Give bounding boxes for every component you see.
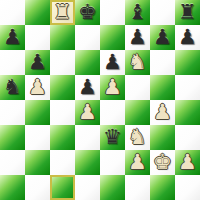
square-b7[interactable]	[25, 25, 50, 50]
square-h4[interactable]	[175, 100, 200, 125]
square-c4[interactable]	[50, 100, 75, 125]
square-b1[interactable]	[25, 175, 50, 200]
square-g3[interactable]	[150, 125, 175, 150]
square-c6[interactable]	[50, 50, 75, 75]
square-g2[interactable]: ♚	[150, 150, 175, 175]
square-b2[interactable]	[25, 150, 50, 175]
square-f4[interactable]	[125, 100, 150, 125]
piece-black-pawn: ♟	[3, 25, 22, 50]
square-e8[interactable]	[100, 0, 125, 25]
square-a7[interactable]: ♟	[0, 25, 25, 50]
square-f2[interactable]: ♟	[125, 150, 150, 175]
chess-board: ♜♚♝♜♟♟♟♟♟♟♞♞♟♟♟♟♟♛♞♟♚♟	[0, 0, 200, 200]
square-d6[interactable]	[75, 50, 100, 75]
square-e3[interactable]: ♛	[100, 125, 125, 150]
square-h1[interactable]	[175, 175, 200, 200]
piece-black-knight: ♞	[3, 75, 22, 100]
piece-white-pawn: ♟	[78, 100, 97, 125]
square-h6[interactable]	[175, 50, 200, 75]
square-d4[interactable]: ♟	[75, 100, 100, 125]
square-e1[interactable]	[100, 175, 125, 200]
piece-white-rook: ♜	[53, 0, 72, 25]
square-d1[interactable]	[75, 175, 100, 200]
square-g8[interactable]	[150, 0, 175, 25]
square-g6[interactable]	[150, 50, 175, 75]
square-d8[interactable]: ♚	[75, 0, 100, 25]
piece-black-pawn: ♟	[153, 25, 172, 50]
square-e6[interactable]: ♟	[100, 50, 125, 75]
piece-white-pawn: ♟	[103, 75, 122, 100]
square-a4[interactable]	[0, 100, 25, 125]
piece-white-knight: ♞	[128, 125, 147, 150]
square-b6[interactable]: ♟	[25, 50, 50, 75]
square-g5[interactable]	[150, 75, 175, 100]
square-a3[interactable]	[0, 125, 25, 150]
square-a1[interactable]	[0, 175, 25, 200]
piece-white-pawn: ♟	[28, 75, 47, 100]
square-f3[interactable]: ♞	[125, 125, 150, 150]
square-a2[interactable]	[0, 150, 25, 175]
square-b8[interactable]	[25, 0, 50, 25]
square-a8[interactable]	[0, 0, 25, 25]
square-a6[interactable]	[0, 50, 25, 75]
square-h5[interactable]	[175, 75, 200, 100]
square-b5[interactable]: ♟	[25, 75, 50, 100]
square-b4[interactable]	[25, 100, 50, 125]
square-h8[interactable]: ♜	[175, 0, 200, 25]
square-h2[interactable]: ♟	[175, 150, 200, 175]
square-e4[interactable]	[100, 100, 125, 125]
piece-black-pawn: ♟	[28, 50, 47, 75]
square-c3[interactable]	[50, 125, 75, 150]
piece-white-pawn: ♟	[153, 100, 172, 125]
square-h3[interactable]	[175, 125, 200, 150]
square-g4[interactable]: ♟	[150, 100, 175, 125]
square-c2[interactable]	[50, 150, 75, 175]
square-f1[interactable]	[125, 175, 150, 200]
square-d3[interactable]	[75, 125, 100, 150]
square-c5[interactable]	[50, 75, 75, 100]
square-f5[interactable]	[125, 75, 150, 100]
piece-black-pawn: ♟	[78, 75, 97, 100]
square-h7[interactable]: ♟	[175, 25, 200, 50]
piece-black-pawn: ♟	[178, 25, 197, 50]
square-e7[interactable]	[100, 25, 125, 50]
square-c8[interactable]: ♜	[50, 0, 75, 25]
piece-black-pawn: ♟	[103, 50, 122, 75]
piece-white-knight: ♞	[128, 50, 147, 75]
square-f6[interactable]: ♞	[125, 50, 150, 75]
square-b3[interactable]	[25, 125, 50, 150]
square-g7[interactable]: ♟	[150, 25, 175, 50]
square-e2[interactable]	[100, 150, 125, 175]
square-g1[interactable]	[150, 175, 175, 200]
square-d2[interactable]	[75, 150, 100, 175]
piece-black-rook: ♜	[178, 0, 197, 25]
piece-black-queen: ♛	[103, 125, 122, 150]
piece-white-pawn: ♟	[128, 150, 147, 175]
square-e5[interactable]: ♟	[100, 75, 125, 100]
piece-black-pawn: ♟	[128, 25, 147, 50]
square-f8[interactable]: ♝	[125, 0, 150, 25]
square-a5[interactable]: ♞	[0, 75, 25, 100]
square-f7[interactable]: ♟	[125, 25, 150, 50]
square-d5[interactable]: ♟	[75, 75, 100, 100]
piece-black-king: ♚	[78, 0, 97, 25]
piece-white-king: ♚	[153, 150, 172, 175]
piece-black-bishop: ♝	[128, 0, 147, 25]
square-d7[interactable]	[75, 25, 100, 50]
square-c1[interactable]	[50, 175, 75, 200]
piece-white-pawn: ♟	[178, 150, 197, 175]
square-c7[interactable]	[50, 25, 75, 50]
